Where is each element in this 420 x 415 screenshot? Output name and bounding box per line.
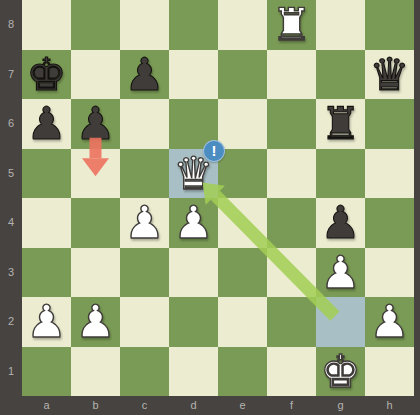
square-a8[interactable]	[22, 0, 71, 50]
square-d6[interactable]	[169, 99, 218, 149]
rank-label-7: 7	[0, 69, 22, 80]
chess-analysis-board: ♜♚♟♛♟♟♜♛♟♟♟♟♟♟♟♚ 87654321 abcdefgh !	[0, 0, 420, 415]
file-label-a: a	[22, 400, 71, 411]
file-label-b: b	[71, 400, 120, 411]
square-f4[interactable]	[267, 198, 316, 248]
piece-wP-a2[interactable]: ♟	[22, 297, 71, 347]
square-c3[interactable]	[120, 248, 169, 298]
square-g4[interactable]: ♟	[316, 198, 365, 248]
file-label-c: c	[120, 400, 169, 411]
square-c5[interactable]	[120, 149, 169, 199]
piece-bP-a6[interactable]: ♟	[22, 99, 71, 149]
rank-label-3: 3	[0, 267, 22, 278]
square-b8[interactable]	[71, 0, 120, 50]
square-e3[interactable]	[218, 248, 267, 298]
square-g6[interactable]: ♜	[316, 99, 365, 149]
square-d7[interactable]	[169, 50, 218, 100]
square-g7[interactable]	[316, 50, 365, 100]
square-h4[interactable]	[365, 198, 414, 248]
piece-wP-g3[interactable]: ♟	[316, 248, 365, 298]
square-c7[interactable]: ♟	[120, 50, 169, 100]
piece-bR-g6[interactable]: ♜	[316, 99, 365, 149]
square-g1[interactable]: ♚	[316, 347, 365, 397]
square-f3[interactable]	[267, 248, 316, 298]
square-g3[interactable]: ♟	[316, 248, 365, 298]
rank-label-8: 8	[0, 19, 22, 30]
square-a1[interactable]	[22, 347, 71, 397]
piece-wP-h2[interactable]: ♟	[365, 297, 414, 347]
square-h6[interactable]	[365, 99, 414, 149]
piece-wR-f8[interactable]: ♜	[267, 0, 316, 50]
square-c4[interactable]: ♟	[120, 198, 169, 248]
square-h1[interactable]	[365, 347, 414, 397]
file-label-d: d	[169, 400, 218, 411]
piece-bP-b6[interactable]: ♟	[71, 99, 120, 149]
square-g8[interactable]	[316, 0, 365, 50]
square-e7[interactable]	[218, 50, 267, 100]
square-a2[interactable]: ♟	[22, 297, 71, 347]
file-label-g: g	[316, 400, 365, 411]
square-e5[interactable]	[218, 149, 267, 199]
square-d5[interactable]: ♛	[169, 149, 218, 199]
square-a5[interactable]	[22, 149, 71, 199]
square-h7[interactable]: ♛	[365, 50, 414, 100]
square-b4[interactable]	[71, 198, 120, 248]
square-a4[interactable]	[22, 198, 71, 248]
square-e1[interactable]	[218, 347, 267, 397]
square-a3[interactable]	[22, 248, 71, 298]
square-c6[interactable]	[120, 99, 169, 149]
square-b5[interactable]	[71, 149, 120, 199]
square-b3[interactable]	[71, 248, 120, 298]
square-e6[interactable]	[218, 99, 267, 149]
square-b2[interactable]: ♟	[71, 297, 120, 347]
square-a7[interactable]: ♚	[22, 50, 71, 100]
square-b6[interactable]: ♟	[71, 99, 120, 149]
rank-label-4: 4	[0, 217, 22, 228]
piece-bP-g4[interactable]: ♟	[316, 198, 365, 248]
piece-wQ-d5[interactable]: ♛	[169, 149, 218, 199]
piece-bP-c7[interactable]: ♟	[120, 50, 169, 100]
square-h8[interactable]	[365, 0, 414, 50]
square-f2[interactable]	[267, 297, 316, 347]
rank-label-6: 6	[0, 118, 22, 129]
piece-wP-b2[interactable]: ♟	[71, 297, 120, 347]
piece-bK-a7[interactable]: ♚	[22, 50, 71, 100]
piece-wK-g1[interactable]: ♚	[316, 347, 365, 397]
rank-label-1: 1	[0, 366, 22, 377]
square-e2[interactable]	[218, 297, 267, 347]
file-label-h: h	[365, 400, 414, 411]
square-d1[interactable]	[169, 347, 218, 397]
square-a6[interactable]: ♟	[22, 99, 71, 149]
square-b7[interactable]	[71, 50, 120, 100]
piece-wP-c4[interactable]: ♟	[120, 198, 169, 248]
rank-label-5: 5	[0, 168, 22, 179]
square-f1[interactable]	[267, 347, 316, 397]
square-f8[interactable]: ♜	[267, 0, 316, 50]
square-c2[interactable]	[120, 297, 169, 347]
square-c1[interactable]	[120, 347, 169, 397]
square-h2[interactable]: ♟	[365, 297, 414, 347]
square-d2[interactable]	[169, 297, 218, 347]
square-f5[interactable]	[267, 149, 316, 199]
square-f6[interactable]	[267, 99, 316, 149]
file-label-f: f	[267, 400, 316, 411]
chess-board: ♜♚♟♛♟♟♜♛♟♟♟♟♟♟♟♚	[22, 0, 414, 396]
rank-label-2: 2	[0, 316, 22, 327]
square-h3[interactable]	[365, 248, 414, 298]
square-b1[interactable]	[71, 347, 120, 397]
square-g5[interactable]	[316, 149, 365, 199]
square-d8[interactable]	[169, 0, 218, 50]
square-f7[interactable]	[267, 50, 316, 100]
square-c8[interactable]	[120, 0, 169, 50]
square-e8[interactable]	[218, 0, 267, 50]
file-label-e: e	[218, 400, 267, 411]
square-g2[interactable]	[316, 297, 365, 347]
square-d3[interactable]	[169, 248, 218, 298]
square-e4[interactable]	[218, 198, 267, 248]
piece-bQ-h7[interactable]: ♛	[365, 50, 414, 100]
piece-wP-d4[interactable]: ♟	[169, 198, 218, 248]
square-h5[interactable]	[365, 149, 414, 199]
square-d4[interactable]: ♟	[169, 198, 218, 248]
